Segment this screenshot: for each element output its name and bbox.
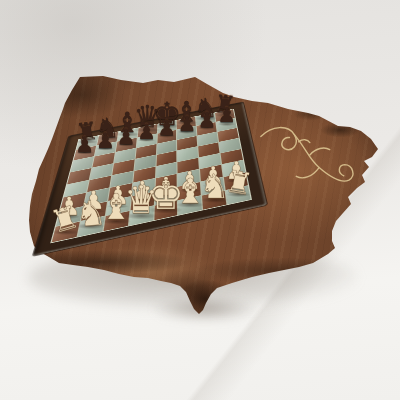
photo-scene: Hand-carved rustic chess set: chessboard… bbox=[0, 0, 400, 400]
